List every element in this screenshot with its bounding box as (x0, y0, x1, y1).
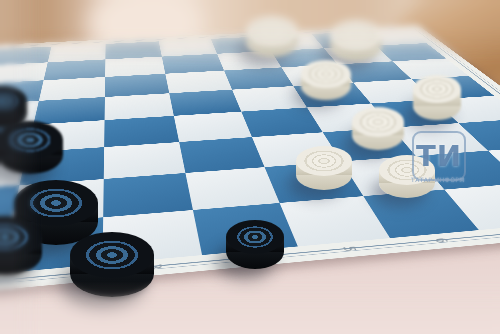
photo-frame: 34567 ТИ ТАТАР-ИНФОРМ (0, 0, 500, 334)
checker-piece-black[interactable] (70, 232, 154, 297)
watermark-logo: ТИ (412, 131, 466, 181)
checker-piece-black[interactable] (226, 220, 284, 269)
checker-piece-white[interactable] (301, 60, 351, 100)
checker-piece-black[interactable] (0, 121, 63, 174)
checker-piece-white[interactable] (413, 75, 461, 120)
checker-piece-black[interactable] (0, 216, 42, 275)
checker-piece-white[interactable] (330, 20, 382, 61)
checker-piece-white[interactable] (246, 16, 298, 57)
watermark-caption: ТАТАР-ИНФОРМ (396, 176, 480, 183)
watermark-text: ТИ (416, 139, 462, 173)
checker-piece-white[interactable] (352, 107, 404, 150)
checker-piece-white[interactable] (296, 146, 352, 190)
